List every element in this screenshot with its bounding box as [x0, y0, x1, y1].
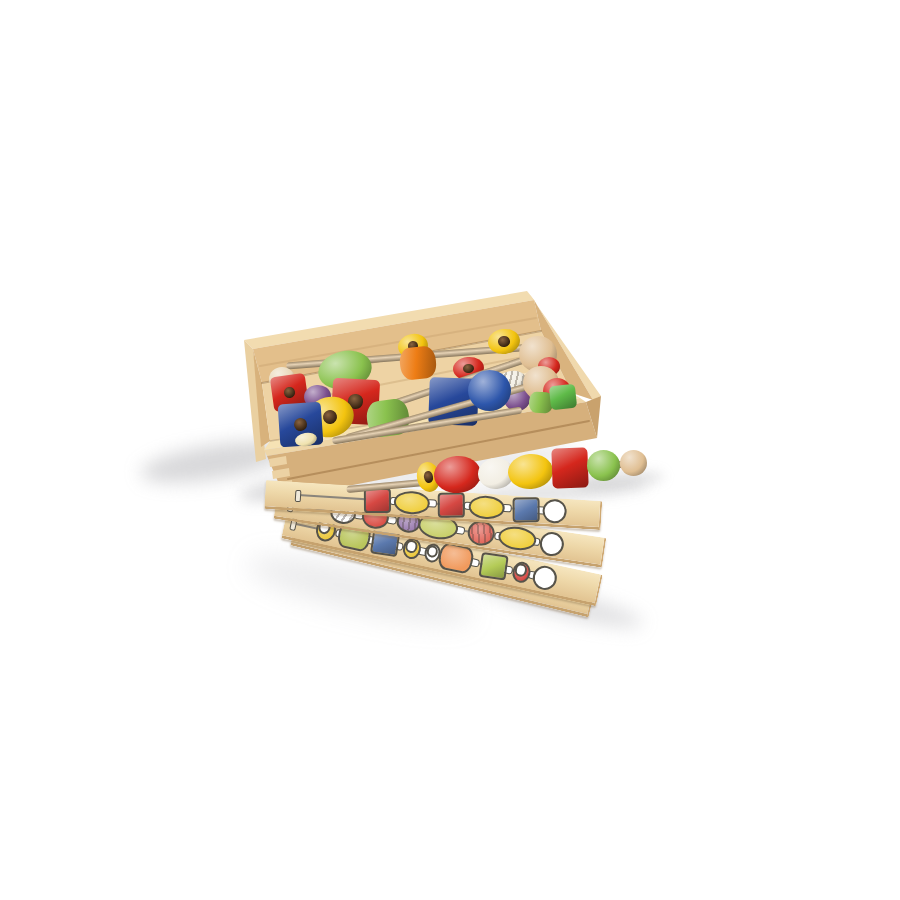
- bead-hole: [498, 335, 511, 347]
- printed-bead-yellow-oval: [497, 524, 538, 552]
- soft-shadow: [243, 543, 477, 638]
- bead-white-grooved-bead: [494, 368, 528, 394]
- bead-green-cylinder-small: [528, 391, 553, 414]
- printed-bead-red-sphere: [360, 504, 390, 531]
- printed-stick-end: [289, 518, 297, 531]
- printed-bead-blue-cube: [512, 497, 539, 522]
- printed-stick-end: [287, 499, 295, 512]
- printed-bead-green-cube: [478, 552, 508, 581]
- printed-connector-peg: [535, 506, 545, 515]
- printed-bead-red-cube: [363, 487, 390, 512]
- finger-joint-tooth: [272, 468, 290, 479]
- groove-stripes: [494, 368, 528, 394]
- bead-hole: [462, 363, 474, 374]
- bead-purple-ball: [504, 387, 530, 411]
- printed-bead-white-ring: [423, 542, 443, 564]
- bead-sequencing-toy-product-photo: [0, 0, 900, 900]
- bead-red-ball: [543, 378, 571, 404]
- printed-connector-peg: [501, 504, 511, 513]
- bead-cream-ball: [269, 367, 295, 391]
- left-wall-inner: [253, 349, 270, 447]
- floor-back-seam: [262, 331, 541, 383]
- stick-threading-dowel: [346, 460, 632, 493]
- printed-bead-blue-cube: [369, 528, 399, 557]
- bead-green-ball: [587, 450, 620, 481]
- printed-connector-peg: [386, 515, 397, 524]
- bead-red-ball-small: [538, 357, 560, 376]
- printed-connector-peg: [418, 520, 429, 529]
- bead-red-cube-b: [330, 377, 379, 424]
- printed-stick-line: [293, 522, 546, 578]
- printed-ring-hole: [514, 563, 528, 578]
- bead-yellow-ring-a: [396, 332, 430, 361]
- wooden-box: [0, 0, 900, 900]
- bead-red-cube: [551, 447, 588, 488]
- printed-connector-peg: [389, 497, 399, 506]
- pattern-strip-2: [274, 489, 607, 568]
- soft-shadow: [440, 474, 651, 512]
- printed-stick-line: [297, 494, 555, 512]
- pattern-strip-1: [264, 480, 602, 530]
- bead-hole: [407, 340, 419, 352]
- bead-red-ring: [451, 355, 484, 381]
- printed-connector-peg: [354, 510, 365, 519]
- bead-green-cylinder: [365, 397, 412, 438]
- printed-ring-hole: [404, 539, 418, 554]
- printed-ring-hole: [317, 519, 332, 535]
- printed-connector-peg: [454, 525, 465, 534]
- printed-connector-peg: [393, 541, 404, 551]
- printed-bead-yellow-oval: [393, 490, 430, 515]
- bead-green-oval: [315, 346, 376, 394]
- bead-red-cube-a: [269, 372, 309, 412]
- printed-bead-empty-end-circle: [538, 530, 565, 557]
- bead-wood-ball-b: [523, 366, 559, 400]
- printed-connector-peg: [426, 499, 436, 508]
- bead-blue-cube-a: [277, 401, 323, 447]
- bead-yellow-ring: [414, 460, 442, 494]
- printed-connector-peg: [502, 564, 513, 574]
- printed-bead-empty-end-circle: [542, 498, 567, 523]
- soft-shadow: [474, 570, 645, 636]
- bead-orange-bead: [398, 345, 437, 381]
- bead-blue-cube-b: [428, 377, 479, 426]
- printed-bead-white-grooved-bead: [329, 500, 358, 526]
- printed-bead-stripes: [468, 521, 494, 545]
- printed-connector-peg: [417, 546, 428, 556]
- printed-bead-yellow-ring: [401, 536, 423, 560]
- printed-bead-stripes: [397, 512, 419, 532]
- left-wall-outer-edge: [244, 340, 266, 462]
- bead-wood-end-ball: [620, 450, 647, 476]
- soft-shadow: [320, 439, 580, 501]
- printed-bead-green-cylinder: [336, 520, 373, 553]
- back-wall-inner: [253, 300, 541, 383]
- printed-connector-peg: [334, 528, 345, 538]
- bead-purple-bead: [303, 383, 332, 408]
- front-wall-top-edge: [264, 398, 586, 456]
- end-wall-top-edge: [527, 291, 601, 400]
- stick-dowel-mid: [350, 354, 531, 421]
- bead-hole: [321, 408, 338, 425]
- back-wall-grain: [260, 318, 536, 366]
- shadow-layer: [0, 0, 900, 900]
- printed-connector-peg: [364, 534, 375, 544]
- printed-bead-green-oval: [417, 511, 460, 542]
- printed-bead-orange-cylinder: [437, 541, 476, 575]
- printed-ring-hole: [426, 544, 439, 558]
- box-floor: [262, 331, 572, 441]
- loose-beads-layer: [0, 0, 900, 900]
- stick-dowel-bottom: [332, 406, 523, 444]
- bead-hole: [348, 394, 363, 409]
- printed-bead-yellow-ring: [314, 517, 338, 544]
- printed-connector-peg: [469, 557, 480, 567]
- bead-red-oval: [432, 454, 481, 494]
- printed-bead-empty-end-circle: [531, 563, 560, 592]
- printed-connector-peg: [464, 501, 474, 510]
- soft-shadow: [239, 467, 361, 508]
- back-wall-top-edge: [244, 291, 534, 349]
- bead-wood-ball-a: [519, 336, 557, 372]
- pattern-strips-layer: [0, 0, 900, 900]
- bead-hole: [293, 417, 307, 431]
- printed-bead-purple-sphere: [395, 510, 422, 534]
- threaded-stick-layer: [0, 0, 900, 900]
- printed-connector-peg: [493, 531, 504, 540]
- bead-hole: [423, 470, 433, 484]
- stick-dowel-front: [344, 381, 534, 441]
- front-wall-outer: [267, 402, 597, 498]
- front-wall-inner: [264, 393, 580, 450]
- printed-bead-red-ring: [510, 560, 532, 584]
- front-wall-groove: [288, 421, 589, 479]
- bead-white-oval: [477, 456, 515, 489]
- floor-grain: [292, 356, 528, 402]
- printed-bead-stripes: [331, 502, 355, 523]
- bead-yellow-oval: [506, 452, 553, 490]
- finger-joint-tooth: [275, 480, 293, 491]
- printed-connector-peg: [529, 536, 540, 545]
- floor-front-seam: [270, 393, 572, 441]
- soft-shadow: [138, 433, 291, 490]
- end-wall-outer: [586, 396, 601, 438]
- pattern-strip-3: [281, 507, 602, 606]
- printed-stick-end: [295, 490, 302, 502]
- bead-green-cube: [549, 384, 577, 411]
- printed-stick-line: [290, 503, 551, 544]
- end-wall-inner: [534, 300, 593, 400]
- printed-connector-peg: [439, 551, 450, 561]
- bead-blue-ball: [468, 370, 511, 411]
- blank-strip: [290, 521, 594, 617]
- floor-grain: [300, 370, 545, 420]
- soft-shadow: [574, 468, 665, 492]
- printed-bead-yellow-oval: [468, 494, 505, 519]
- printed-bead-red-cube: [437, 492, 464, 517]
- printed-bead-red-swirl-sphere: [466, 519, 496, 548]
- bead-pale-bead: [294, 431, 318, 448]
- bead-yellow-ring-b: [486, 326, 521, 355]
- finger-joint-tooth: [269, 456, 287, 467]
- printed-connector-peg: [527, 570, 538, 580]
- bead-yellow-oval: [302, 392, 358, 442]
- stick-dowel-back: [286, 343, 533, 369]
- bead-hole: [283, 386, 295, 398]
